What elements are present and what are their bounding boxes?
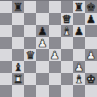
square-c7[interactable]: [24, 13, 36, 25]
square-a6[interactable]: [0, 25, 12, 37]
square-a8[interactable]: [0, 1, 12, 13]
square-g7[interactable]: [73, 13, 85, 25]
square-a5[interactable]: [0, 37, 12, 49]
square-f7[interactable]: ♛: [61, 13, 73, 25]
square-d5[interactable]: ♟: [36, 37, 48, 49]
square-g4[interactable]: [73, 49, 85, 61]
square-c5[interactable]: [24, 37, 36, 49]
black-pawn-piece: ♟: [38, 25, 48, 36]
square-h8[interactable]: ♚: [85, 1, 97, 13]
square-d3[interactable]: [36, 61, 48, 73]
square-d6[interactable]: ♟: [36, 25, 48, 37]
square-f8[interactable]: [61, 1, 73, 13]
black-pawn-piece: ♟: [86, 13, 96, 24]
square-b6[interactable]: [12, 25, 24, 37]
square-f2[interactable]: [61, 73, 73, 85]
square-d8[interactable]: [36, 1, 48, 13]
square-e4[interactable]: ♟: [49, 49, 61, 61]
black-bishop-piece: ♝: [13, 61, 23, 72]
square-d1[interactable]: [36, 85, 48, 97]
square-c4[interactable]: ♛: [24, 49, 36, 61]
square-e8[interactable]: [49, 1, 61, 13]
black-rook-piece: ♜: [13, 1, 23, 12]
square-b2[interactable]: ♜: [12, 73, 24, 85]
square-b4[interactable]: [12, 49, 24, 61]
square-f1[interactable]: [61, 85, 73, 97]
square-a7[interactable]: [0, 13, 12, 25]
square-f3[interactable]: [61, 61, 73, 73]
white-rook-piece: ♜: [13, 73, 23, 84]
square-a4[interactable]: [0, 49, 12, 61]
square-c2[interactable]: [24, 73, 36, 85]
square-e6[interactable]: [49, 25, 61, 37]
square-h5[interactable]: [85, 37, 97, 49]
square-a2[interactable]: [0, 73, 12, 85]
square-h2[interactable]: ♚: [85, 73, 97, 85]
square-g6[interactable]: ♟: [73, 25, 85, 37]
square-a3[interactable]: [0, 61, 12, 73]
black-queen-piece: ♛: [25, 49, 35, 60]
square-g5[interactable]: [73, 37, 85, 49]
square-h4[interactable]: ♟: [85, 49, 97, 61]
square-f4[interactable]: [61, 49, 73, 61]
square-d2[interactable]: [36, 73, 48, 85]
square-a1[interactable]: [0, 85, 12, 97]
square-e7[interactable]: [49, 13, 61, 25]
white-pawn-piece: ♟: [74, 61, 84, 72]
square-h3[interactable]: [85, 61, 97, 73]
square-c8[interactable]: [24, 1, 36, 13]
square-b1[interactable]: [12, 85, 24, 97]
square-b7[interactable]: [12, 13, 24, 25]
square-d7[interactable]: [36, 13, 48, 25]
white-bishop-piece: ♝: [74, 73, 84, 84]
square-g3[interactable]: ♟: [73, 61, 85, 73]
square-b3[interactable]: ♝: [12, 61, 24, 73]
square-g2[interactable]: ♝: [73, 73, 85, 85]
square-f5[interactable]: [61, 37, 73, 49]
square-h6[interactable]: [85, 25, 97, 37]
black-pawn-piece: ♟: [74, 25, 84, 36]
square-e5[interactable]: [49, 37, 61, 49]
white-king-piece: ♚: [86, 73, 96, 84]
square-e3[interactable]: [49, 61, 61, 73]
square-e1[interactable]: [49, 85, 61, 97]
square-c3[interactable]: [24, 61, 36, 73]
square-c6[interactable]: [24, 25, 36, 37]
square-f6[interactable]: ♝: [61, 25, 73, 37]
square-g1[interactable]: [73, 85, 85, 97]
black-rook-piece: ♜: [74, 1, 84, 12]
square-h7[interactable]: ♟: [85, 13, 97, 25]
square-b5[interactable]: [12, 37, 24, 49]
square-h1[interactable]: [85, 85, 97, 97]
square-b8[interactable]: ♜: [12, 1, 24, 13]
chess-board: ♜♜♚♛♟♟♝♟♟♛♟♟♝♟♜♝♚: [0, 0, 97, 97]
white-queen-piece: ♛: [62, 13, 72, 24]
square-e2[interactable]: [49, 73, 61, 85]
white-pawn-piece: ♟: [50, 49, 60, 60]
square-c1[interactable]: [24, 85, 36, 97]
white-bishop-piece: ♝: [62, 25, 72, 36]
white-pawn-piece: ♟: [38, 37, 48, 48]
white-pawn-piece: ♟: [86, 49, 96, 60]
black-king-piece: ♚: [86, 1, 96, 12]
square-d4[interactable]: [36, 49, 48, 61]
square-g8[interactable]: ♜: [73, 1, 85, 13]
